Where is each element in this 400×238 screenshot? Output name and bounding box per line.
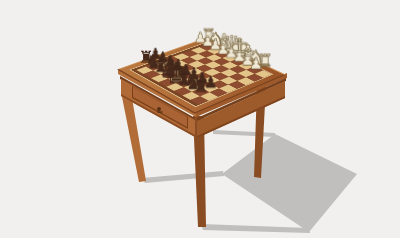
chess-table-scene: ♜♟♟♜♞♟♟♞♝♟♟♝♛♟♟♛♚♟♟♚♝♟♟♝♞♟♟♞♜♟♟♜ xyxy=(0,0,400,238)
chessboard: ♜♟♟♜♞♟♟♞♝♟♟♝♛♟♟♛♚♟♟♚♝♟♟♝♞♟♟♞♜♟♟♜ xyxy=(136,44,271,105)
white-pawn-h2[interactable]: ♟ xyxy=(243,50,269,78)
tabletop: ♜♟♟♜♞♟♟♞♝♟♟♝♛♟♟♛♚♟♟♚♝♟♟♝♞♟♟♞♜♟♟♜ xyxy=(117,37,286,113)
board-frame: ♜♟♟♜♞♟♟♞♝♟♟♝♛♟♟♛♚♟♟♚♝♟♟♝♞♟♟♞♜♟♟♜ xyxy=(129,42,273,107)
black-rook-h8[interactable]: ♜ xyxy=(187,71,215,101)
square-h8[interactable]: ♜ xyxy=(191,96,209,105)
perspective-wrapper: ♜♟♟♜♞♟♟♞♝♟♟♝♛♟♟♛♚♟♟♚♝♟♟♝♞♟♟♞♜♟♟♜ xyxy=(0,0,400,238)
square-h4[interactable] xyxy=(228,81,246,89)
